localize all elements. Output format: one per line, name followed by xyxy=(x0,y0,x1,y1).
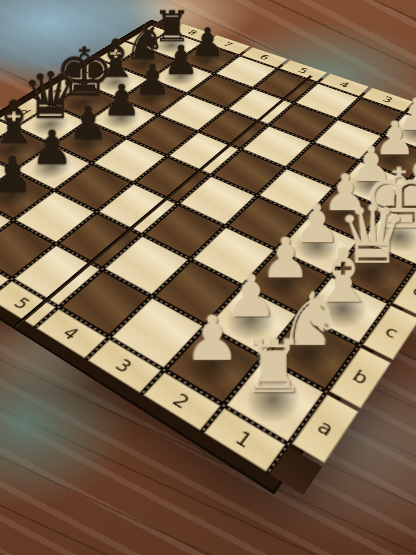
chess-board: abcdefgh8877665544332211abcdefgh♜♞♝♛♚♝♞♜… xyxy=(0,25,416,474)
rook-glyph: ♜ xyxy=(241,331,307,404)
rank-label-left-1: 1 xyxy=(204,408,286,472)
pawn-glyph: ♟ xyxy=(184,307,240,369)
rank-label-right-4: 4 xyxy=(319,73,369,96)
pawn-glyph: ♟ xyxy=(0,149,35,198)
pawn-glyph: ♟ xyxy=(68,100,109,145)
pawn-glyph: ♟ xyxy=(31,124,73,171)
coordinate-number: 5 xyxy=(283,59,323,83)
table-surface: abcdefgh8877665544332211abcdefgh♜♞♝♛♚♝♞♜… xyxy=(0,0,416,555)
